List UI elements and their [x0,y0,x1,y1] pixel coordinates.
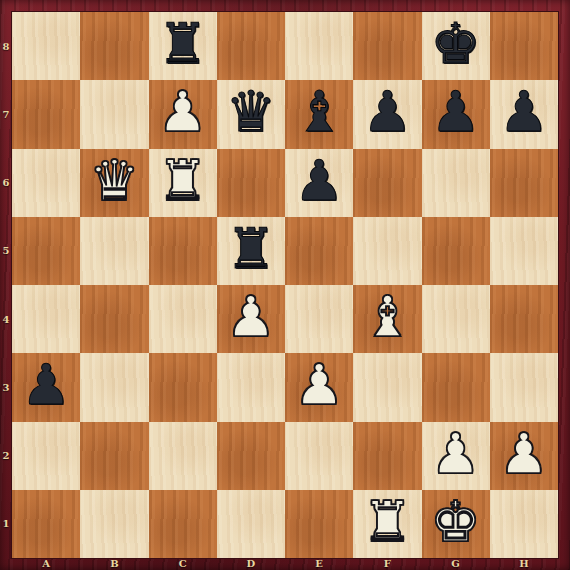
square-f8[interactable] [353,12,421,80]
square-a5[interactable] [12,217,80,285]
square-c7[interactable]: ♟ [149,80,217,148]
square-e2[interactable] [285,422,353,490]
black-rook-c8[interactable]: ♜ [158,16,208,72]
white-queen-b6[interactable]: ♛ [89,153,139,209]
square-f1[interactable]: ♜ [353,490,421,558]
square-g8[interactable]: ♚ [422,12,490,80]
file-label-h: H [490,557,558,570]
square-a6[interactable] [12,149,80,217]
file-label-d: D [217,557,285,570]
file-labels: ABCDEFGH [12,557,558,570]
white-rook-f1[interactable]: ♜ [362,494,412,550]
square-b2[interactable] [80,422,148,490]
black-pawn-f7[interactable]: ♟ [362,84,412,140]
square-d4[interactable]: ♟ [217,285,285,353]
file-label-c: C [149,557,217,570]
chess-board: ♜♚♟♛♝♟♟♟♛♜♟♜♟♝♟♟♟♟♜♚ [12,12,558,558]
square-g5[interactable] [422,217,490,285]
rank-label-6: 6 [0,149,12,217]
square-b8[interactable] [80,12,148,80]
square-h2[interactable]: ♟ [490,422,558,490]
square-b7[interactable] [80,80,148,148]
rank-label-8: 8 [0,12,12,80]
square-c2[interactable] [149,422,217,490]
square-f2[interactable] [353,422,421,490]
square-b4[interactable] [80,285,148,353]
square-h3[interactable] [490,353,558,421]
white-pawn-c7[interactable]: ♟ [158,84,208,140]
square-d6[interactable] [217,149,285,217]
square-c5[interactable] [149,217,217,285]
square-g2[interactable]: ♟ [422,422,490,490]
square-a2[interactable] [12,422,80,490]
black-pawn-g7[interactable]: ♟ [431,84,481,140]
rank-labels: 87654321 [0,12,12,558]
square-h8[interactable] [490,12,558,80]
square-f3[interactable] [353,353,421,421]
square-e3[interactable]: ♟ [285,353,353,421]
square-f7[interactable]: ♟ [353,80,421,148]
square-e7[interactable]: ♝ [285,80,353,148]
file-label-e: E [285,557,353,570]
file-label-b: B [80,557,148,570]
square-g6[interactable] [422,149,490,217]
square-e8[interactable] [285,12,353,80]
file-label-a: A [12,557,80,570]
rank-label-7: 7 [0,80,12,148]
square-h4[interactable] [490,285,558,353]
square-b3[interactable] [80,353,148,421]
square-h6[interactable] [490,149,558,217]
square-d3[interactable] [217,353,285,421]
black-rook-d5[interactable]: ♜ [226,221,276,277]
white-pawn-d4[interactable]: ♟ [226,289,276,345]
square-g1[interactable]: ♚ [422,490,490,558]
square-d8[interactable] [217,12,285,80]
square-c4[interactable] [149,285,217,353]
square-e1[interactable] [285,490,353,558]
square-d5[interactable]: ♜ [217,217,285,285]
square-a7[interactable] [12,80,80,148]
file-label-g: G [422,557,490,570]
square-b1[interactable] [80,490,148,558]
black-king-g8[interactable]: ♚ [431,16,481,72]
square-c6[interactable]: ♜ [149,149,217,217]
square-g3[interactable] [422,353,490,421]
chess-board-frame: 87654321 ABCDEFGH ♜♚♟♛♝♟♟♟♛♜♟♜♟♝♟♟♟♟♜♚ [0,0,570,570]
white-pawn-h2[interactable]: ♟ [499,426,549,482]
black-pawn-h7[interactable]: ♟ [499,84,549,140]
square-f6[interactable] [353,149,421,217]
square-d7[interactable]: ♛ [217,80,285,148]
square-g7[interactable]: ♟ [422,80,490,148]
rank-label-3: 3 [0,353,12,421]
rank-label-5: 5 [0,217,12,285]
white-bishop-f4[interactable]: ♝ [362,289,412,345]
square-a1[interactable] [12,490,80,558]
square-e5[interactable] [285,217,353,285]
square-b5[interactable] [80,217,148,285]
square-d1[interactable] [217,490,285,558]
square-a4[interactable] [12,285,80,353]
white-pawn-e3[interactable]: ♟ [294,357,344,413]
black-pawn-e6[interactable]: ♟ [294,153,344,209]
rank-label-4: 4 [0,285,12,353]
square-f5[interactable] [353,217,421,285]
square-h7[interactable]: ♟ [490,80,558,148]
rank-label-1: 1 [0,490,12,558]
white-pawn-g2[interactable]: ♟ [431,426,481,482]
square-c1[interactable] [149,490,217,558]
white-king-g1[interactable]: ♚ [431,494,481,550]
black-bishop-e7[interactable]: ♝ [294,84,344,140]
black-pawn-a3[interactable]: ♟ [21,357,71,413]
square-e6[interactable]: ♟ [285,149,353,217]
file-label-f: F [353,557,421,570]
rank-label-2: 2 [0,422,12,490]
square-c3[interactable] [149,353,217,421]
square-a3[interactable]: ♟ [12,353,80,421]
square-h5[interactable] [490,217,558,285]
square-d2[interactable] [217,422,285,490]
square-a8[interactable] [12,12,80,80]
square-h1[interactable] [490,490,558,558]
square-f4[interactable]: ♝ [353,285,421,353]
square-b6[interactable]: ♛ [80,149,148,217]
square-c8[interactable]: ♜ [149,12,217,80]
square-g4[interactable] [422,285,490,353]
black-queen-d7[interactable]: ♛ [226,84,276,140]
square-e4[interactable] [285,285,353,353]
white-rook-c6[interactable]: ♜ [158,153,208,209]
